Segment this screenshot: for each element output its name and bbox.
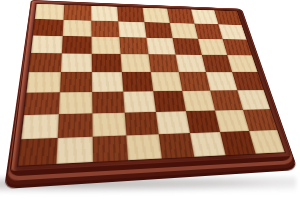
square-f4[interactable] bbox=[179, 72, 210, 91]
square-b4[interactable] bbox=[60, 72, 92, 92]
square-a6[interactable] bbox=[31, 35, 63, 53]
square-h8[interactable] bbox=[214, 10, 241, 25]
board-frame bbox=[11, 1, 291, 171]
square-h6[interactable] bbox=[223, 39, 252, 55]
square-h7[interactable] bbox=[218, 24, 246, 39]
square-c3[interactable] bbox=[92, 92, 125, 114]
square-f5[interactable] bbox=[176, 55, 206, 73]
square-e5[interactable] bbox=[149, 54, 179, 72]
square-b2[interactable] bbox=[58, 113, 93, 138]
square-h2[interactable] bbox=[243, 109, 277, 131]
square-e8[interactable] bbox=[143, 8, 170, 23]
square-f8[interactable] bbox=[167, 9, 194, 24]
square-d5[interactable] bbox=[121, 54, 151, 72]
square-e7[interactable] bbox=[144, 22, 172, 38]
square-e1[interactable] bbox=[159, 133, 195, 158]
square-c4[interactable] bbox=[92, 72, 123, 92]
square-a8[interactable] bbox=[35, 4, 64, 20]
square-a2[interactable] bbox=[21, 114, 59, 139]
square-b8[interactable] bbox=[64, 5, 92, 21]
square-c7[interactable] bbox=[91, 21, 119, 38]
square-b1[interactable] bbox=[56, 137, 93, 164]
square-h3[interactable] bbox=[237, 90, 270, 110]
square-c2[interactable] bbox=[92, 113, 126, 137]
square-d2[interactable] bbox=[125, 112, 159, 136]
square-f7[interactable] bbox=[170, 23, 198, 39]
square-c8[interactable] bbox=[91, 6, 118, 22]
square-d4[interactable] bbox=[122, 72, 153, 91]
square-b6[interactable] bbox=[62, 36, 92, 54]
board-photo bbox=[0, 0, 300, 200]
square-b3[interactable] bbox=[59, 92, 93, 114]
square-f6[interactable] bbox=[173, 38, 202, 55]
square-c1[interactable] bbox=[93, 135, 128, 162]
square-a4[interactable] bbox=[27, 72, 61, 93]
square-d7[interactable] bbox=[118, 21, 146, 37]
chess-board bbox=[18, 4, 284, 166]
square-c5[interactable] bbox=[92, 54, 122, 72]
square-d1[interactable] bbox=[126, 134, 162, 160]
square-a3[interactable] bbox=[24, 92, 60, 115]
square-d8[interactable] bbox=[117, 7, 144, 22]
square-b7[interactable] bbox=[63, 20, 92, 37]
square-a7[interactable] bbox=[33, 19, 64, 36]
square-e6[interactable] bbox=[146, 38, 175, 55]
square-e2[interactable] bbox=[156, 111, 190, 134]
square-d6[interactable] bbox=[119, 37, 148, 54]
square-e4[interactable] bbox=[151, 72, 182, 91]
square-c6[interactable] bbox=[92, 37, 121, 54]
square-h4[interactable] bbox=[232, 72, 263, 90]
square-a1[interactable] bbox=[18, 138, 57, 166]
square-h1[interactable] bbox=[249, 130, 285, 154]
square-a5[interactable] bbox=[29, 53, 62, 72]
square-b5[interactable] bbox=[61, 53, 92, 72]
square-h5[interactable] bbox=[227, 55, 257, 72]
square-e3[interactable] bbox=[153, 91, 186, 112]
square-d3[interactable] bbox=[123, 91, 156, 112]
